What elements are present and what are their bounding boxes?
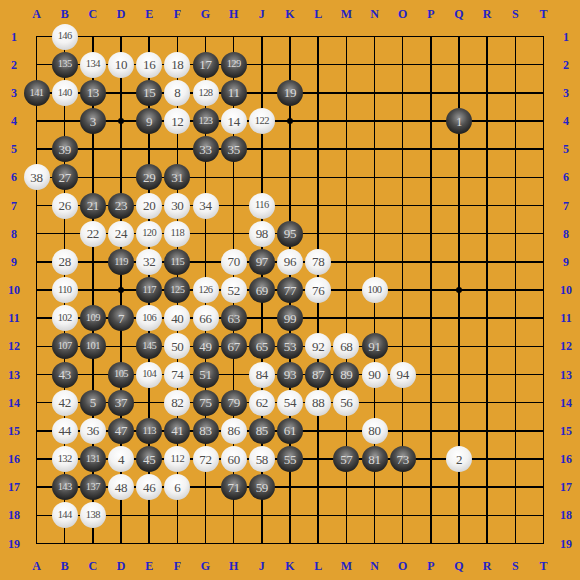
stone-black-119-D9: 119 — [108, 249, 134, 275]
grid-line-horizontal-18 — [36, 515, 545, 517]
stone-black-137-C17: 137 — [80, 474, 106, 500]
grid-line-horizontal-19 — [36, 543, 545, 545]
row-label-left-11: 11 — [8, 312, 19, 324]
stone-white-20-E7: 20 — [136, 193, 162, 219]
stone-white-116-J7: 116 — [249, 193, 275, 219]
stone-white-70-H9: 70 — [221, 249, 247, 275]
stone-black-123-G4: 123 — [193, 108, 219, 134]
stone-white-44-B15: 44 — [52, 418, 78, 444]
stone-white-140-B3: 140 — [52, 80, 78, 106]
column-label-bottom-N: N — [370, 560, 379, 572]
stone-white-32-E9: 32 — [136, 249, 162, 275]
column-label-top-F: F — [174, 8, 181, 20]
row-label-left-7: 7 — [11, 200, 17, 212]
grid-line-vertical-P — [430, 36, 432, 545]
column-label-bottom-E: E — [145, 560, 153, 572]
stone-white-144-B18: 144 — [52, 502, 78, 528]
stone-white-134-C2: 134 — [80, 52, 106, 78]
stone-black-1-Q4: 1 — [446, 108, 472, 134]
row-label-right-4: 4 — [563, 115, 569, 127]
column-label-bottom-S: S — [512, 560, 519, 572]
stone-black-115-F9: 115 — [164, 249, 190, 275]
row-label-right-12: 12 — [560, 340, 572, 352]
stone-black-31-F6: 31 — [164, 164, 190, 190]
column-label-top-E: E — [145, 8, 153, 20]
stone-black-41-F15: 41 — [164, 418, 190, 444]
stone-black-75-G14: 75 — [193, 390, 219, 416]
stone-black-39-B5: 39 — [52, 136, 78, 162]
stone-white-146-B1: 146 — [52, 24, 78, 50]
stone-black-3-C4: 3 — [80, 108, 106, 134]
stone-white-100-N10: 100 — [362, 277, 388, 303]
stone-white-48-D17: 48 — [108, 474, 134, 500]
row-label-left-3: 3 — [11, 87, 17, 99]
stone-white-66-G11: 66 — [193, 305, 219, 331]
stone-white-22-C8: 22 — [80, 221, 106, 247]
row-label-left-17: 17 — [8, 481, 20, 493]
stone-black-95-K8: 95 — [277, 221, 303, 247]
stone-white-76-L10: 76 — [305, 277, 331, 303]
stone-white-126-G10: 126 — [193, 277, 219, 303]
stone-black-45-E16: 45 — [136, 446, 162, 472]
row-label-right-9: 9 — [563, 256, 569, 268]
column-label-bottom-C: C — [88, 560, 97, 572]
column-label-top-B: B — [61, 8, 69, 20]
row-label-left-15: 15 — [8, 425, 20, 437]
row-label-left-12: 12 — [8, 340, 20, 352]
stone-black-43-B13: 43 — [52, 362, 78, 388]
row-label-left-4: 4 — [11, 115, 17, 127]
stone-white-36-C15: 36 — [80, 418, 106, 444]
stone-black-9-E4: 9 — [136, 108, 162, 134]
stone-white-72-G16: 72 — [193, 446, 219, 472]
stone-white-12-F4: 12 — [164, 108, 190, 134]
stone-black-19-K3: 19 — [277, 80, 303, 106]
stone-white-90-N13: 90 — [362, 362, 388, 388]
stone-black-77-K10: 77 — [277, 277, 303, 303]
column-label-bottom-B: B — [61, 560, 69, 572]
stone-black-85-J15: 85 — [249, 418, 275, 444]
stone-white-78-L9: 78 — [305, 249, 331, 275]
column-label-top-O: O — [398, 8, 407, 20]
column-label-bottom-Q: Q — [454, 560, 463, 572]
row-label-right-3: 3 — [563, 87, 569, 99]
column-label-bottom-A: A — [32, 560, 41, 572]
column-label-top-T: T — [539, 8, 547, 20]
stone-white-60-H16: 60 — [221, 446, 247, 472]
column-label-bottom-O: O — [398, 560, 407, 572]
row-label-left-13: 13 — [8, 369, 20, 381]
grid-line-vertical-R — [486, 36, 488, 545]
stone-black-47-D15: 47 — [108, 418, 134, 444]
grid-line-vertical-T — [543, 36, 545, 545]
stone-white-118-F8: 118 — [164, 221, 190, 247]
stone-black-101-C12: 101 — [80, 333, 106, 359]
column-label-top-H: H — [229, 8, 238, 20]
stone-white-62-J14: 62 — [249, 390, 275, 416]
stone-white-46-E17: 46 — [136, 474, 162, 500]
stone-white-56-M14: 56 — [333, 390, 359, 416]
column-label-bottom-L: L — [314, 560, 322, 572]
row-label-right-1: 1 — [563, 31, 569, 43]
stone-black-131-C16: 131 — [80, 446, 106, 472]
stone-black-59-J17: 59 — [249, 474, 275, 500]
stone-white-132-B16: 132 — [52, 446, 78, 472]
row-label-right-2: 2 — [563, 59, 569, 71]
stone-white-24-D8: 24 — [108, 221, 134, 247]
column-label-bottom-K: K — [285, 560, 294, 572]
row-label-right-6: 6 — [563, 171, 569, 183]
star-point-D4 — [118, 118, 124, 124]
stone-black-7-D11: 7 — [108, 305, 134, 331]
row-label-right-7: 7 — [563, 200, 569, 212]
stone-black-21-C7: 21 — [80, 193, 106, 219]
star-point-D10 — [118, 287, 124, 293]
column-label-top-R: R — [483, 8, 492, 20]
stone-black-87-L13: 87 — [305, 362, 331, 388]
stone-white-80-N15: 80 — [362, 418, 388, 444]
row-label-right-18: 18 — [560, 509, 572, 521]
row-label-left-8: 8 — [11, 228, 17, 240]
row-label-right-16: 16 — [560, 453, 572, 465]
go-game-record-diagram: AABBCCDDEEFFGGHHJJKKLLMMNNOOPPQQRRSSTT11… — [0, 0, 580, 580]
column-label-top-K: K — [285, 8, 294, 20]
column-label-bottom-R: R — [483, 560, 492, 572]
row-label-left-18: 18 — [8, 509, 20, 521]
stone-white-34-G7: 34 — [193, 193, 219, 219]
star-point-Q10 — [456, 287, 462, 293]
stone-black-33-G5: 33 — [193, 136, 219, 162]
column-label-bottom-P: P — [427, 560, 434, 572]
stone-white-4-D16: 4 — [108, 446, 134, 472]
stone-black-17-G2: 17 — [193, 52, 219, 78]
stone-black-23-D7: 23 — [108, 193, 134, 219]
stone-black-71-H17: 71 — [221, 474, 247, 500]
column-label-bottom-H: H — [229, 560, 238, 572]
row-label-right-17: 17 — [560, 481, 572, 493]
column-label-top-N: N — [370, 8, 379, 20]
column-label-top-S: S — [512, 8, 519, 20]
stone-black-107-B12: 107 — [52, 333, 78, 359]
row-label-left-2: 2 — [11, 59, 17, 71]
stone-black-93-K13: 93 — [277, 362, 303, 388]
stone-black-117-E10: 117 — [136, 277, 162, 303]
stone-white-92-L12: 92 — [305, 333, 331, 359]
stone-white-10-D2: 10 — [108, 52, 134, 78]
row-label-left-14: 14 — [8, 397, 20, 409]
stone-white-6-F17: 6 — [164, 474, 190, 500]
column-label-top-J: J — [259, 8, 265, 20]
stone-black-143-B17: 143 — [52, 474, 78, 500]
row-label-left-19: 19 — [8, 538, 20, 550]
row-label-right-11: 11 — [560, 312, 571, 324]
stone-black-113-E15: 113 — [136, 418, 162, 444]
stone-black-97-J9: 97 — [249, 249, 275, 275]
row-label-left-1: 1 — [11, 31, 17, 43]
stone-white-74-F13: 74 — [164, 362, 190, 388]
stone-black-73-O16: 73 — [390, 446, 416, 472]
stone-white-42-B14: 42 — [52, 390, 78, 416]
stone-black-57-M16: 57 — [333, 446, 359, 472]
stone-white-58-J16: 58 — [249, 446, 275, 472]
stone-white-96-K9: 96 — [277, 249, 303, 275]
row-label-left-9: 9 — [11, 256, 17, 268]
column-label-bottom-F: F — [174, 560, 181, 572]
stone-black-141-A3: 141 — [24, 80, 50, 106]
stone-white-2-Q16: 2 — [446, 446, 472, 472]
star-point-K4 — [287, 118, 293, 124]
stone-black-35-H5: 35 — [221, 136, 247, 162]
stone-black-105-D13: 105 — [108, 362, 134, 388]
stone-white-86-H15: 86 — [221, 418, 247, 444]
column-label-top-G: G — [201, 8, 210, 20]
stone-black-5-C14: 5 — [80, 390, 106, 416]
column-label-top-L: L — [314, 8, 322, 20]
stone-white-120-E8: 120 — [136, 221, 162, 247]
row-label-left-16: 16 — [8, 453, 20, 465]
stone-white-104-E13: 104 — [136, 362, 162, 388]
stone-black-51-G13: 51 — [193, 362, 219, 388]
stone-black-67-H12: 67 — [221, 333, 247, 359]
column-label-bottom-D: D — [117, 560, 126, 572]
column-label-top-A: A — [32, 8, 41, 20]
stone-black-29-E6: 29 — [136, 164, 162, 190]
column-label-top-D: D — [117, 8, 126, 20]
column-label-bottom-G: G — [201, 560, 210, 572]
row-label-right-13: 13 — [560, 369, 572, 381]
stone-black-63-H11: 63 — [221, 305, 247, 331]
stone-white-84-J13: 84 — [249, 362, 275, 388]
stone-white-110-B10: 110 — [52, 277, 78, 303]
row-label-left-10: 10 — [8, 284, 20, 296]
row-label-right-5: 5 — [563, 143, 569, 155]
stone-white-18-F2: 18 — [164, 52, 190, 78]
stone-black-65-J12: 65 — [249, 333, 275, 359]
stone-white-52-H10: 52 — [221, 277, 247, 303]
row-label-left-5: 5 — [11, 143, 17, 155]
stone-black-109-C11: 109 — [80, 305, 106, 331]
stone-black-125-F10: 125 — [164, 277, 190, 303]
stone-black-81-N16: 81 — [362, 446, 388, 472]
stone-black-15-E3: 15 — [136, 80, 162, 106]
column-label-top-Q: Q — [454, 8, 463, 20]
stone-white-98-J8: 98 — [249, 221, 275, 247]
stone-black-89-M13: 89 — [333, 362, 359, 388]
stone-white-16-E2: 16 — [136, 52, 162, 78]
stone-white-50-F12: 50 — [164, 333, 190, 359]
stone-white-138-C18: 138 — [80, 502, 106, 528]
stone-white-38-A6: 38 — [24, 164, 50, 190]
stone-black-53-K12: 53 — [277, 333, 303, 359]
stone-white-28-B9: 28 — [52, 249, 78, 275]
row-label-right-14: 14 — [560, 397, 572, 409]
stone-black-129-H2: 129 — [221, 52, 247, 78]
stone-white-82-F14: 82 — [164, 390, 190, 416]
row-label-left-6: 6 — [11, 171, 17, 183]
stone-black-83-G15: 83 — [193, 418, 219, 444]
stone-black-145-E12: 145 — [136, 333, 162, 359]
stone-black-99-K11: 99 — [277, 305, 303, 331]
stone-white-88-L14: 88 — [305, 390, 331, 416]
stone-white-106-E11: 106 — [136, 305, 162, 331]
stone-black-13-C3: 13 — [80, 80, 106, 106]
stone-white-112-F16: 112 — [164, 446, 190, 472]
stone-white-26-B7: 26 — [52, 193, 78, 219]
row-label-right-8: 8 — [563, 228, 569, 240]
stone-black-91-N12: 91 — [362, 333, 388, 359]
stone-white-102-B11: 102 — [52, 305, 78, 331]
stone-black-27-B6: 27 — [52, 164, 78, 190]
row-label-right-19: 19 — [560, 538, 572, 550]
stone-white-14-H4: 14 — [221, 108, 247, 134]
stone-white-68-M12: 68 — [333, 333, 359, 359]
row-label-right-10: 10 — [560, 284, 572, 296]
column-label-top-M: M — [341, 8, 352, 20]
stone-white-54-K14: 54 — [277, 390, 303, 416]
stone-black-69-J10: 69 — [249, 277, 275, 303]
stone-white-40-F11: 40 — [164, 305, 190, 331]
stone-white-128-G3: 128 — [193, 80, 219, 106]
stone-black-79-H14: 79 — [221, 390, 247, 416]
stone-white-122-J4: 122 — [249, 108, 275, 134]
column-label-bottom-M: M — [341, 560, 352, 572]
stone-black-61-K15: 61 — [277, 418, 303, 444]
stone-black-37-D14: 37 — [108, 390, 134, 416]
column-label-top-C: C — [88, 8, 97, 20]
stone-white-30-F7: 30 — [164, 193, 190, 219]
column-label-bottom-T: T — [539, 560, 547, 572]
stone-black-11-H3: 11 — [221, 80, 247, 106]
stone-white-94-O13: 94 — [390, 362, 416, 388]
stone-black-135-B2: 135 — [52, 52, 78, 78]
column-label-bottom-J: J — [259, 560, 265, 572]
stone-black-49-G12: 49 — [193, 333, 219, 359]
grid-line-vertical-S — [515, 36, 517, 545]
stone-black-55-K16: 55 — [277, 446, 303, 472]
column-label-top-P: P — [427, 8, 434, 20]
stone-white-8-F3: 8 — [164, 80, 190, 106]
row-label-right-15: 15 — [560, 425, 572, 437]
